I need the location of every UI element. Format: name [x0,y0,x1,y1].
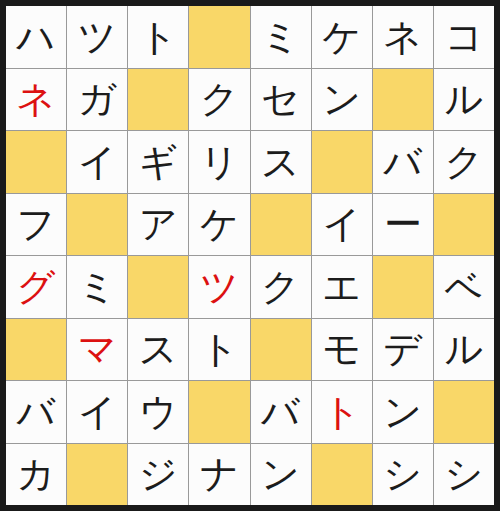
letter-cell[interactable]: ミ [251,6,311,68]
letter-cell[interactable]: バ [373,131,433,193]
letter-cell[interactable]: ミ [67,256,127,318]
letter-cell[interactable]: ス [251,131,311,193]
blocked-cell [128,69,188,131]
blocked-cell [251,194,311,256]
blocked-cell [434,381,494,443]
letter-cell[interactable]: ン [312,69,372,131]
crossword-board-frame: ハツトミケネコネガクセンルイギリスバクフアケイーグミツクエベマストモデルバイウバ… [0,0,500,511]
letter-cell[interactable]: ジ [128,444,188,506]
letter-cell[interactable]: ナ [189,444,249,506]
blocked-cell [373,256,433,318]
blocked-cell [312,131,372,193]
letter-cell[interactable]: ン [373,381,433,443]
letter-cell[interactable]: イ [67,131,127,193]
letter-cell[interactable]: ア [128,194,188,256]
letter-cell[interactable]: バ [6,381,66,443]
letter-cell[interactable]: フ [6,194,66,256]
blocked-cell [67,444,127,506]
letter-cell[interactable]: バ [251,381,311,443]
letter-cell[interactable]: リ [189,131,249,193]
letter-cell[interactable]: ネ [373,6,433,68]
letter-cell[interactable]: カ [6,444,66,506]
letter-cell[interactable]: ツ [67,6,127,68]
letter-cell[interactable]: ガ [67,69,127,131]
letter-cell[interactable]: ル [434,69,494,131]
blocked-cell [312,444,372,506]
letter-cell[interactable]: コ [434,6,494,68]
letter-cell[interactable]: ギ [128,131,188,193]
letter-cell[interactable]: ス [128,319,188,381]
letter-cell[interactable]: ト [189,319,249,381]
blocked-cell [189,381,249,443]
blocked-cell [373,69,433,131]
letter-cell[interactable]: ル [434,319,494,381]
blocked-cell [67,194,127,256]
letter-cell[interactable]: ト [312,381,372,443]
blocked-cell [128,256,188,318]
blocked-cell [6,319,66,381]
letter-cell[interactable]: ー [373,194,433,256]
letter-cell[interactable]: イ [312,194,372,256]
crossword-board: ハツトミケネコネガクセンルイギリスバクフアケイーグミツクエベマストモデルバイウバ… [6,6,494,505]
letter-cell[interactable]: ツ [189,256,249,318]
letter-cell[interactable]: ク [251,256,311,318]
letter-cell[interactable]: ク [434,131,494,193]
letter-cell[interactable]: ベ [434,256,494,318]
blocked-cell [6,131,66,193]
blocked-cell [251,319,311,381]
letter-cell[interactable]: ク [189,69,249,131]
letter-cell[interactable]: イ [67,381,127,443]
letter-cell[interactable]: ケ [312,6,372,68]
blocked-cell [189,6,249,68]
letter-cell[interactable]: シ [373,444,433,506]
letter-cell[interactable]: モ [312,319,372,381]
letter-cell[interactable]: ン [251,444,311,506]
letter-cell[interactable]: エ [312,256,372,318]
letter-cell[interactable]: ハ [6,6,66,68]
letter-cell[interactable]: グ [6,256,66,318]
letter-cell[interactable]: ト [128,6,188,68]
blocked-cell [434,194,494,256]
letter-cell[interactable]: デ [373,319,433,381]
letter-cell[interactable]: シ [434,444,494,506]
letter-cell[interactable]: マ [67,319,127,381]
letter-cell[interactable]: ウ [128,381,188,443]
letter-cell[interactable]: ケ [189,194,249,256]
letter-cell[interactable]: セ [251,69,311,131]
letter-cell[interactable]: ネ [6,69,66,131]
